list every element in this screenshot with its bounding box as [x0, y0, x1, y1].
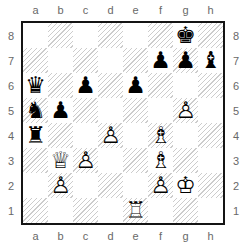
square-a3[interactable]	[23, 148, 48, 173]
square-h7[interactable]: ♝	[198, 48, 223, 73]
file-label-a: a	[23, 229, 48, 243]
piece-glyph: ♗	[150, 123, 171, 148]
rank-label-2: 2	[4, 173, 18, 198]
square-f6[interactable]	[148, 73, 173, 98]
square-f2[interactable]: ♟♙	[148, 173, 173, 198]
square-a4[interactable]: ♜	[23, 123, 48, 148]
file-label-e: e	[123, 3, 148, 17]
square-e4[interactable]	[123, 123, 148, 148]
rank-label-8: 8	[4, 23, 18, 48]
file-label-f: f	[148, 3, 173, 17]
square-d4[interactable]: ♟♙	[98, 123, 123, 148]
square-d7[interactable]	[98, 48, 123, 73]
piece-white-king: ♚♔	[173, 173, 198, 198]
square-f8[interactable]	[148, 23, 173, 48]
piece-white-pawn: ♟♙	[73, 148, 98, 173]
square-e7[interactable]	[123, 48, 148, 73]
square-h4[interactable]	[198, 123, 223, 148]
square-f5[interactable]	[148, 98, 173, 123]
square-d5[interactable]	[98, 98, 123, 123]
file-label-b: b	[48, 3, 73, 17]
piece-black-pawn: ♟	[173, 48, 198, 73]
square-g6[interactable]	[173, 73, 198, 98]
square-c1[interactable]	[73, 198, 98, 223]
square-g5[interactable]: ♟♙	[173, 98, 198, 123]
rank-label-1: 1	[229, 198, 243, 223]
square-e8[interactable]	[123, 23, 148, 48]
square-g7[interactable]: ♟	[173, 48, 198, 73]
square-a8[interactable]	[23, 23, 48, 48]
piece-black-pawn: ♟	[73, 73, 98, 98]
square-d1[interactable]	[98, 198, 123, 223]
piece-black-queen: ♛	[23, 73, 48, 98]
square-e5[interactable]	[123, 98, 148, 123]
file-label-h: h	[198, 229, 223, 243]
piece-black-pawn: ♟	[148, 48, 173, 73]
square-d3[interactable]	[98, 148, 123, 173]
piece-glyph: ♕	[50, 148, 71, 173]
piece-glyph: ♜	[25, 123, 46, 148]
square-c6[interactable]: ♟	[73, 73, 98, 98]
file-label-c: c	[73, 3, 98, 17]
file-label-h: h	[198, 3, 223, 17]
file-label-c: c	[73, 229, 98, 243]
piece-glyph: ♔	[175, 173, 196, 198]
piece-glyph: ♛	[25, 73, 46, 98]
rank-label-6: 6	[4, 73, 18, 98]
square-b5[interactable]: ♟	[48, 98, 73, 123]
square-c3[interactable]: ♟♙	[73, 148, 98, 173]
piece-glyph: ♙	[50, 173, 71, 198]
piece-glyph: ♞	[25, 98, 46, 123]
square-e6[interactable]: ♟	[123, 73, 148, 98]
square-h2[interactable]	[198, 173, 223, 198]
square-e3[interactable]	[123, 148, 148, 173]
piece-white-bishop: ♝♗	[148, 148, 173, 173]
square-f7[interactable]: ♟	[148, 48, 173, 73]
square-f4[interactable]: ♝♗	[148, 123, 173, 148]
square-a2[interactable]	[23, 173, 48, 198]
rank-label-7: 7	[229, 48, 243, 73]
square-h3[interactable]	[198, 148, 223, 173]
square-b6[interactable]	[48, 73, 73, 98]
rank-label-1: 1	[4, 198, 18, 223]
file-label-d: d	[98, 229, 123, 243]
rank-label-2: 2	[229, 173, 243, 198]
piece-glyph: ♗	[150, 148, 171, 173]
square-c5[interactable]	[73, 98, 98, 123]
piece-white-pawn: ♟♙	[48, 173, 73, 198]
chess-diagram: abcdefgh abcdefgh 87654321 87654321 ♚♟♟♝…	[0, 0, 247, 247]
file-label-b: b	[48, 229, 73, 243]
square-b3[interactable]: ♛♕	[48, 148, 73, 173]
square-d8[interactable]	[98, 23, 123, 48]
square-g8[interactable]: ♚	[173, 23, 198, 48]
rank-label-8: 8	[229, 23, 243, 48]
square-d2[interactable]	[98, 173, 123, 198]
rank-label-5: 5	[229, 98, 243, 123]
piece-white-pawn: ♟♙	[173, 98, 198, 123]
file-labels-top: abcdefgh	[23, 3, 223, 17]
rank-label-4: 4	[229, 123, 243, 148]
rank-label-5: 5	[4, 98, 18, 123]
file-label-a: a	[23, 3, 48, 17]
square-c2[interactable]	[73, 173, 98, 198]
square-b8[interactable]	[48, 23, 73, 48]
file-label-g: g	[173, 3, 198, 17]
rank-label-3: 3	[4, 148, 18, 173]
piece-white-rook: ♜♖	[123, 198, 148, 223]
piece-black-pawn: ♟	[48, 98, 73, 123]
square-g4[interactable]	[173, 123, 198, 148]
piece-glyph: ♚	[175, 23, 196, 48]
piece-black-king: ♚	[173, 23, 198, 48]
square-b4[interactable]	[48, 123, 73, 148]
square-f1[interactable]	[148, 198, 173, 223]
file-label-e: e	[123, 229, 148, 243]
square-a5[interactable]: ♞	[23, 98, 48, 123]
square-d6[interactable]	[98, 73, 123, 98]
piece-glyph: ♙	[175, 98, 196, 123]
square-h8[interactable]	[198, 23, 223, 48]
piece-white-queen: ♛♕	[48, 148, 73, 173]
chess-board: ♚♟♟♝♛♟♟♞♟♟♙♜♟♙♝♗♛♕♟♙♝♗♟♙♟♙♚♔♜♖	[21, 21, 225, 225]
square-b1[interactable]	[48, 198, 73, 223]
piece-black-rook: ♜	[23, 123, 48, 148]
square-h6[interactable]	[198, 73, 223, 98]
square-g1[interactable]	[173, 198, 198, 223]
piece-white-pawn: ♟♙	[148, 173, 173, 198]
square-h5[interactable]	[198, 98, 223, 123]
piece-glyph: ♟	[75, 73, 96, 98]
square-g3[interactable]	[173, 148, 198, 173]
piece-black-bishop: ♝	[198, 48, 223, 73]
square-b7[interactable]	[48, 48, 73, 73]
piece-glyph: ♟	[175, 48, 196, 73]
file-label-g: g	[173, 229, 198, 243]
square-c8[interactable]	[73, 23, 98, 48]
square-g2[interactable]: ♚♔	[173, 173, 198, 198]
rank-label-6: 6	[229, 73, 243, 98]
file-label-d: d	[98, 3, 123, 17]
rank-labels-left: 87654321	[4, 23, 18, 223]
piece-glyph: ♙	[150, 173, 171, 198]
rank-label-3: 3	[229, 148, 243, 173]
square-e1[interactable]: ♜♖	[123, 198, 148, 223]
square-e2[interactable]	[123, 173, 148, 198]
piece-glyph: ♟	[50, 98, 71, 123]
piece-glyph: ♙	[100, 123, 121, 148]
square-a6[interactable]: ♛	[23, 73, 48, 98]
piece-glyph: ♟	[125, 73, 146, 98]
square-c4[interactable]	[73, 123, 98, 148]
rank-labels-right: 87654321	[229, 23, 243, 223]
square-h1[interactable]	[198, 198, 223, 223]
piece-white-bishop: ♝♗	[148, 123, 173, 148]
piece-black-pawn: ♟	[123, 73, 148, 98]
piece-glyph: ♙	[75, 148, 96, 173]
piece-glyph: ♟	[150, 48, 171, 73]
piece-black-knight: ♞	[23, 98, 48, 123]
square-a7[interactable]	[23, 48, 48, 73]
file-labels-bottom: abcdefgh	[23, 229, 223, 243]
square-a1[interactable]	[23, 198, 48, 223]
square-c7[interactable]	[73, 48, 98, 73]
file-label-f: f	[148, 229, 173, 243]
square-b2[interactable]: ♟♙	[48, 173, 73, 198]
piece-glyph: ♖	[125, 198, 146, 223]
piece-glyph: ♝	[200, 48, 221, 73]
rank-label-7: 7	[4, 48, 18, 73]
rank-label-4: 4	[4, 123, 18, 148]
square-f3[interactable]: ♝♗	[148, 148, 173, 173]
piece-white-pawn: ♟♙	[98, 123, 123, 148]
